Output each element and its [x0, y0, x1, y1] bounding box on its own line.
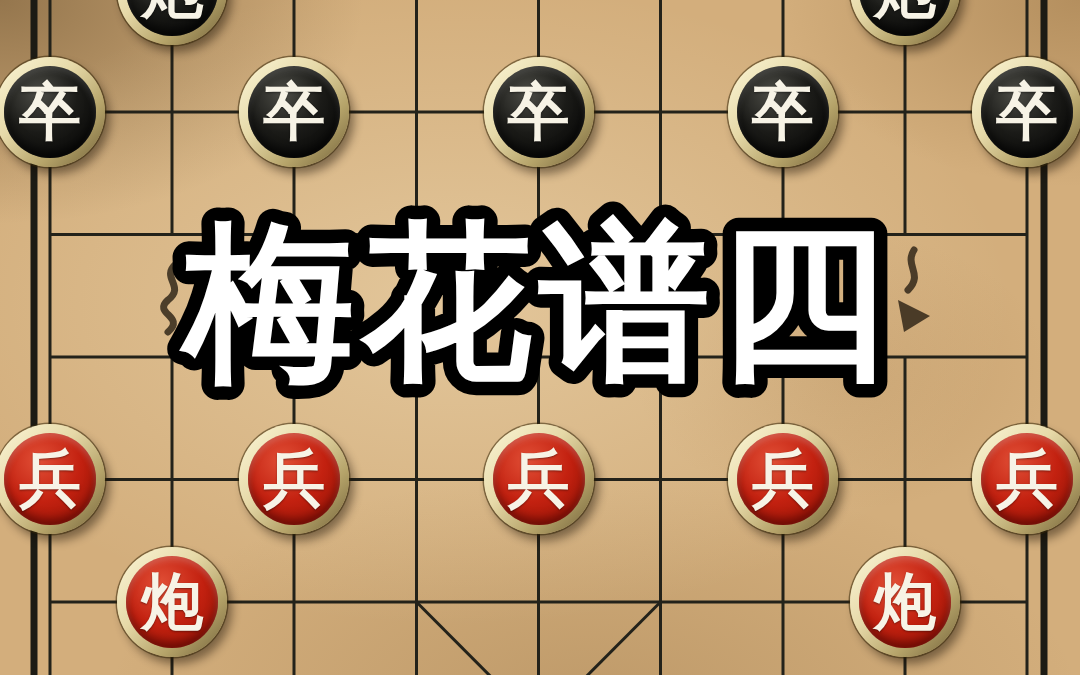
title-overlay: 梅花谱四: [0, 0, 1080, 675]
xiangqi-board: 炮炮卒卒卒卒卒兵兵兵兵兵炮炮 梅花谱四: [0, 0, 1080, 675]
river-calligraphy-right-wedge: [898, 300, 930, 332]
page-title: 梅花谱四: [179, 207, 896, 397]
river-calligraphy-left: [164, 264, 176, 332]
river-calligraphy-right: [908, 250, 914, 290]
